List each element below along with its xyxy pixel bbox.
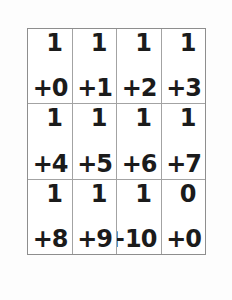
flashcard-cell: 1+6 (117, 104, 161, 178)
bottom-addend: +8 (33, 227, 68, 251)
flashcard-cell: 1+7 (162, 104, 206, 178)
flashcard-cell: 1+0 (28, 29, 72, 103)
flashcard-cell: 1+5 (73, 104, 117, 178)
top-addend: 1 (135, 106, 151, 130)
flashcard-cell: 1+10 (117, 180, 161, 254)
flashcard-cell: 1+1 (73, 29, 117, 103)
top-addend: 1 (135, 182, 151, 206)
top-addend: 1 (91, 182, 107, 206)
worksheet-page: 1+01+11+21+31+41+51+61+71+81+91+100+0 (0, 0, 232, 300)
bottom-addend: +7 (166, 152, 201, 176)
top-addend: 1 (91, 106, 107, 130)
bottom-addend: +9 (77, 227, 112, 251)
flashcard-cell: 1+8 (28, 180, 72, 254)
flashcard-cell: 1+4 (28, 104, 72, 178)
top-addend: 1 (91, 31, 107, 55)
flashcard-cell: 1+2 (117, 29, 161, 103)
top-addend: 1 (135, 31, 151, 55)
bottom-addend: +10 (117, 227, 157, 251)
bottom-addend: +3 (166, 76, 201, 100)
bottom-addend: +1 (77, 76, 112, 100)
top-addend: 1 (46, 182, 62, 206)
top-addend: 1 (46, 106, 62, 130)
flashcard-cell: 1+3 (162, 29, 206, 103)
flashcard-grid: 1+01+11+21+31+41+51+61+71+81+91+100+0 (27, 28, 206, 255)
bottom-addend: +2 (122, 76, 157, 100)
top-addend: 1 (180, 31, 196, 55)
flashcard-cell: 0+0 (162, 180, 206, 254)
flashcard-cell: 1+9 (73, 180, 117, 254)
bottom-addend: +6 (122, 152, 157, 176)
bottom-addend: +5 (77, 152, 112, 176)
bottom-addend: +0 (33, 76, 68, 100)
bottom-addend: +0 (166, 227, 201, 251)
top-addend: 1 (180, 106, 196, 130)
top-addend: 0 (180, 182, 196, 206)
top-addend: 1 (46, 31, 62, 55)
bottom-addend: +4 (33, 152, 68, 176)
